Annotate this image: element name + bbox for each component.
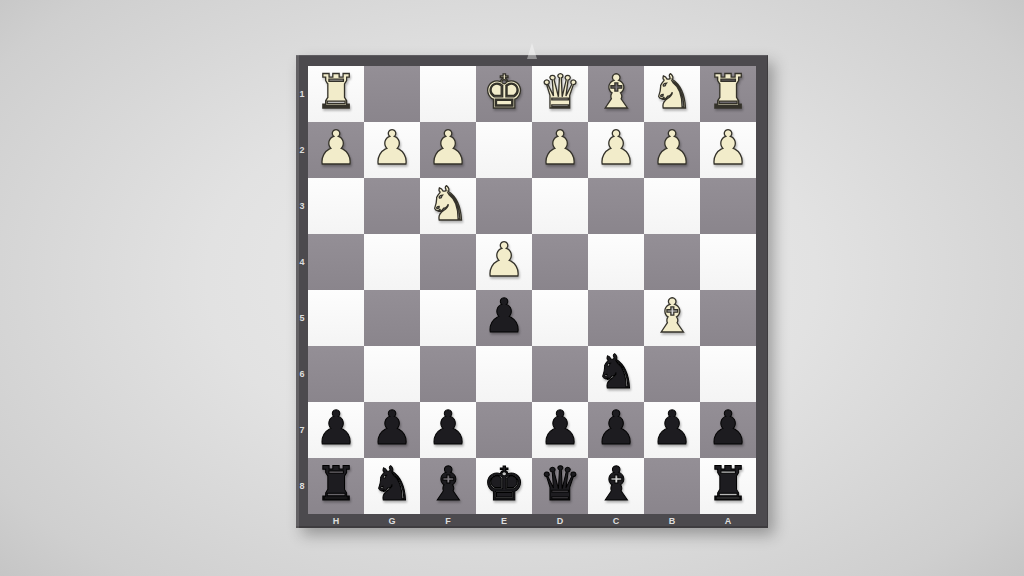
white-pawn: ♟ [595, 120, 637, 176]
square-h3[interactable] [308, 178, 364, 234]
rank-label-7: 7 [296, 402, 308, 458]
square-a8[interactable]: ♜ [700, 458, 756, 514]
square-e3[interactable] [476, 178, 532, 234]
square-e2[interactable] [476, 122, 532, 178]
black-king: ♚ [483, 456, 525, 512]
square-f7[interactable]: ♟ [420, 402, 476, 458]
rank-label-8: 8 [296, 458, 308, 514]
file-label-b: B [644, 514, 700, 528]
square-e4[interactable]: ♟ [476, 234, 532, 290]
square-d7[interactable]: ♟ [532, 402, 588, 458]
square-c3[interactable] [588, 178, 644, 234]
file-label-a: A [700, 514, 756, 528]
white-pawn: ♟ [427, 120, 469, 176]
square-f5[interactable] [420, 290, 476, 346]
square-a1[interactable]: ♜ [700, 66, 756, 122]
rank-label-3: 3 [296, 178, 308, 234]
black-bishop: ♝ [595, 456, 637, 512]
file-label-h: H [308, 514, 364, 528]
white-pawn: ♟ [707, 120, 749, 176]
square-g5[interactable] [364, 290, 420, 346]
white-bishop: ♝ [595, 64, 637, 120]
square-d5[interactable] [532, 290, 588, 346]
black-knight: ♞ [371, 456, 413, 512]
rank-labels: 12345678 [296, 66, 308, 514]
white-bishop: ♝ [651, 288, 693, 344]
square-g1[interactable] [364, 66, 420, 122]
square-c7[interactable]: ♟ [588, 402, 644, 458]
rank-label-5: 5 [296, 290, 308, 346]
square-g8[interactable]: ♞ [364, 458, 420, 514]
square-b3[interactable] [644, 178, 700, 234]
square-a4[interactable] [700, 234, 756, 290]
square-e5[interactable]: ♟ [476, 290, 532, 346]
square-b5[interactable]: ♝ [644, 290, 700, 346]
white-rook: ♜ [315, 64, 357, 120]
white-queen: ♛ [539, 64, 581, 120]
square-g3[interactable] [364, 178, 420, 234]
square-g2[interactable]: ♟ [364, 122, 420, 178]
square-b7[interactable]: ♟ [644, 402, 700, 458]
white-pawn: ♟ [371, 120, 413, 176]
black-pawn: ♟ [371, 400, 413, 456]
square-g7[interactable]: ♟ [364, 402, 420, 458]
square-d1[interactable]: ♛ [532, 66, 588, 122]
square-a2[interactable]: ♟ [700, 122, 756, 178]
square-b1[interactable]: ♞ [644, 66, 700, 122]
square-a6[interactable] [700, 346, 756, 402]
square-e1[interactable]: ♚ [476, 66, 532, 122]
black-pawn: ♟ [427, 400, 469, 456]
rank-label-4: 4 [296, 234, 308, 290]
file-label-d: D [532, 514, 588, 528]
square-h4[interactable] [308, 234, 364, 290]
black-pawn: ♟ [707, 400, 749, 456]
turn-indicator-arrow [527, 43, 537, 59]
square-f4[interactable] [420, 234, 476, 290]
square-c8[interactable]: ♝ [588, 458, 644, 514]
square-h8[interactable]: ♜ [308, 458, 364, 514]
file-label-c: C [588, 514, 644, 528]
square-f8[interactable]: ♝ [420, 458, 476, 514]
square-e6[interactable] [476, 346, 532, 402]
square-h7[interactable]: ♟ [308, 402, 364, 458]
black-knight: ♞ [595, 344, 637, 400]
white-pawn: ♟ [651, 120, 693, 176]
square-g4[interactable] [364, 234, 420, 290]
white-rook: ♜ [707, 64, 749, 120]
square-d2[interactable]: ♟ [532, 122, 588, 178]
board-squares: ♜♚♛♝♞♜♟♟♟♟♟♟♟♞♟♟♝♞♟♟♟♟♟♟♟♜♞♝♚♛♝♜ [308, 66, 756, 514]
black-pawn: ♟ [595, 400, 637, 456]
white-pawn: ♟ [539, 120, 581, 176]
square-h2[interactable]: ♟ [308, 122, 364, 178]
square-b4[interactable] [644, 234, 700, 290]
file-label-g: G [364, 514, 420, 528]
square-f2[interactable]: ♟ [420, 122, 476, 178]
black-rook: ♜ [707, 456, 749, 512]
square-b2[interactable]: ♟ [644, 122, 700, 178]
square-g6[interactable] [364, 346, 420, 402]
square-h6[interactable] [308, 346, 364, 402]
square-e8[interactable]: ♚ [476, 458, 532, 514]
square-d4[interactable] [532, 234, 588, 290]
square-h5[interactable] [308, 290, 364, 346]
white-king: ♚ [483, 64, 525, 120]
square-h1[interactable]: ♜ [308, 66, 364, 122]
square-f6[interactable] [420, 346, 476, 402]
black-pawn: ♟ [315, 400, 357, 456]
square-c2[interactable]: ♟ [588, 122, 644, 178]
white-knight: ♞ [651, 64, 693, 120]
file-label-f: F [420, 514, 476, 528]
black-queen: ♛ [539, 456, 581, 512]
square-c6[interactable]: ♞ [588, 346, 644, 402]
square-a3[interactable] [700, 178, 756, 234]
square-d8[interactable]: ♛ [532, 458, 588, 514]
square-c1[interactable]: ♝ [588, 66, 644, 122]
white-pawn: ♟ [315, 120, 357, 176]
square-a5[interactable] [700, 290, 756, 346]
square-a7[interactable]: ♟ [700, 402, 756, 458]
black-pawn: ♟ [539, 400, 581, 456]
square-f3[interactable]: ♞ [420, 178, 476, 234]
chess-board: 12345678 ♜♚♛♝♞♜♟♟♟♟♟♟♟♞♟♟♝♞♟♟♟♟♟♟♟♜♞♝♚♛♝… [296, 55, 768, 528]
square-c5[interactable] [588, 290, 644, 346]
black-bishop: ♝ [427, 456, 469, 512]
white-pawn: ♟ [483, 232, 525, 288]
square-c4[interactable] [588, 234, 644, 290]
rank-label-2: 2 [296, 122, 308, 178]
file-labels: HGFEDCBA [308, 514, 756, 528]
black-pawn: ♟ [483, 288, 525, 344]
white-knight: ♞ [427, 176, 469, 232]
rank-label-6: 6 [296, 346, 308, 402]
black-pawn: ♟ [651, 400, 693, 456]
square-e7[interactable] [476, 402, 532, 458]
square-d6[interactable] [532, 346, 588, 402]
black-rook: ♜ [315, 456, 357, 512]
square-b6[interactable] [644, 346, 700, 402]
rank-label-1: 1 [296, 66, 308, 122]
file-label-e: E [476, 514, 532, 528]
square-d3[interactable] [532, 178, 588, 234]
square-b8[interactable] [644, 458, 700, 514]
square-f1[interactable] [420, 66, 476, 122]
